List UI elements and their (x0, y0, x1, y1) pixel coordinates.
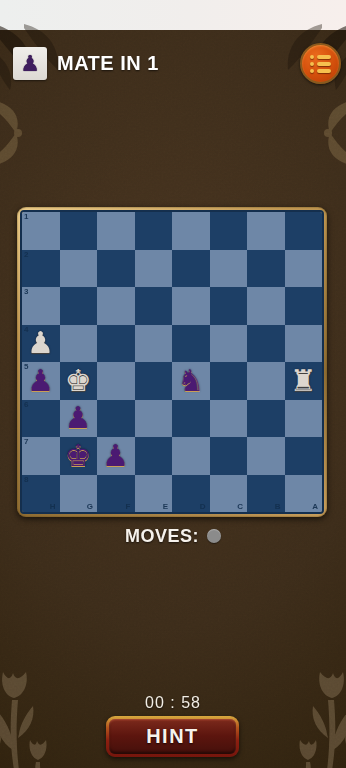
menu-button[interactable] (300, 43, 341, 84)
square-a1[interactable] (285, 212, 323, 250)
square-c7[interactable] (210, 437, 248, 475)
hint-button[interactable]: HINT (106, 716, 239, 757)
game-background: ♟ MATE IN 1 1234♟5♟♚♞♜6♟7♚♟8HGFEDCBA MOV… (0, 30, 346, 768)
square-e3[interactable] (135, 287, 173, 325)
square-h6[interactable]: 6 (22, 400, 60, 438)
moves-counter-dot (207, 529, 221, 543)
square-h5[interactable]: 5♟ (22, 362, 60, 400)
square-f6[interactable] (97, 400, 135, 438)
moves-row: MOVES: (0, 524, 346, 548)
rank-label: 3 (24, 288, 28, 296)
square-b5[interactable] (247, 362, 285, 400)
square-b1[interactable] (247, 212, 285, 250)
square-d3[interactable] (172, 287, 210, 325)
square-g4[interactable] (60, 325, 98, 363)
rank-label: 2 (24, 251, 28, 259)
square-b3[interactable] (247, 287, 285, 325)
file-label: H (50, 503, 56, 511)
fleur-ornament-left (0, 88, 38, 178)
square-e7[interactable] (135, 437, 173, 475)
board-grid: 1234♟5♟♚♞♜6♟7♚♟8HGFEDCBA (20, 210, 324, 514)
square-d4[interactable] (172, 325, 210, 363)
pawn-icon: ♟ (20, 53, 40, 75)
fleur-ornament-right (308, 88, 346, 178)
black-pawn-piece[interactable]: ♟ (60, 400, 98, 438)
square-g3[interactable] (60, 287, 98, 325)
white-pawn-piece[interactable]: ♟ (22, 325, 60, 363)
list-menu-icon (310, 55, 331, 73)
file-label: E (163, 503, 168, 511)
square-c1[interactable] (210, 212, 248, 250)
board-frame: 1234♟5♟♚♞♜6♟7♚♟8HGFEDCBA (17, 207, 327, 517)
square-a6[interactable] (285, 400, 323, 438)
file-label: B (275, 503, 281, 511)
square-c5[interactable] (210, 362, 248, 400)
square-e1[interactable] (135, 212, 173, 250)
file-label: G (87, 503, 93, 511)
square-c6[interactable] (210, 400, 248, 438)
square-e6[interactable] (135, 400, 173, 438)
square-g5[interactable]: ♚ (60, 362, 98, 400)
rank-label: 6 (24, 401, 28, 409)
square-f1[interactable] (97, 212, 135, 250)
file-label: F (126, 503, 131, 511)
square-f4[interactable] (97, 325, 135, 363)
hint-button-label: HINT (109, 719, 236, 754)
file-label: C (237, 503, 243, 511)
square-d1[interactable] (172, 212, 210, 250)
square-b7[interactable] (247, 437, 285, 475)
rank-label: 8 (24, 476, 28, 484)
app-screen: ♟ MATE IN 1 1234♟5♟♚♞♜6♟7♚♟8HGFEDCBA MOV… (0, 0, 346, 768)
square-g7[interactable]: ♚ (60, 437, 98, 475)
square-c8[interactable]: C (210, 475, 248, 513)
square-h3[interactable]: 3 (22, 287, 60, 325)
square-g6[interactable]: ♟ (60, 400, 98, 438)
black-pawn-piece[interactable]: ♟ (22, 362, 60, 400)
header-bar: ♟ MATE IN 1 (0, 43, 346, 83)
square-e2[interactable] (135, 250, 173, 288)
square-g1[interactable] (60, 212, 98, 250)
square-h7[interactable]: 7 (22, 437, 60, 475)
moves-label: MOVES: (125, 526, 199, 547)
square-g8[interactable]: G (60, 475, 98, 513)
file-label: D (200, 503, 206, 511)
square-d6[interactable] (172, 400, 210, 438)
black-king-piece[interactable]: ♚ (60, 437, 98, 475)
square-b6[interactable] (247, 400, 285, 438)
white-rook-piece[interactable]: ♜ (285, 362, 323, 400)
square-c3[interactable] (210, 287, 248, 325)
square-h8[interactable]: 8H (22, 475, 60, 513)
pawn-badge-icon: ♟ (13, 47, 47, 80)
square-h4[interactable]: 4♟ (22, 325, 60, 363)
square-e4[interactable] (135, 325, 173, 363)
black-knight-piece[interactable]: ♞ (172, 362, 210, 400)
square-a3[interactable] (285, 287, 323, 325)
square-a8[interactable]: A (285, 475, 323, 513)
square-a4[interactable] (285, 325, 323, 363)
square-f2[interactable] (97, 250, 135, 288)
square-a7[interactable] (285, 437, 323, 475)
square-e8[interactable]: E (135, 475, 173, 513)
square-b8[interactable]: B (247, 475, 285, 513)
file-label: A (312, 503, 318, 511)
square-f7[interactable]: ♟ (97, 437, 135, 475)
page-title: MATE IN 1 (57, 43, 159, 83)
square-f5[interactable] (97, 362, 135, 400)
square-c4[interactable] (210, 325, 248, 363)
square-h1[interactable]: 1 (22, 212, 60, 250)
square-a2[interactable] (285, 250, 323, 288)
rank-label: 1 (24, 213, 28, 221)
timer: 00 : 58 (0, 694, 346, 712)
rank-label: 7 (24, 438, 28, 446)
square-h2[interactable]: 2 (22, 250, 60, 288)
square-d2[interactable] (172, 250, 210, 288)
square-a5[interactable]: ♜ (285, 362, 323, 400)
square-d8[interactable]: D (172, 475, 210, 513)
black-pawn-piece[interactable]: ♟ (97, 437, 135, 475)
square-d5[interactable]: ♞ (172, 362, 210, 400)
status-bar (0, 0, 346, 30)
square-d7[interactable] (172, 437, 210, 475)
square-b4[interactable] (247, 325, 285, 363)
square-f3[interactable] (97, 287, 135, 325)
square-e5[interactable] (135, 362, 173, 400)
square-f8[interactable]: F (97, 475, 135, 513)
square-b2[interactable] (247, 250, 285, 288)
square-g2[interactable] (60, 250, 98, 288)
square-c2[interactable] (210, 250, 248, 288)
white-king-piece[interactable]: ♚ (60, 362, 98, 400)
